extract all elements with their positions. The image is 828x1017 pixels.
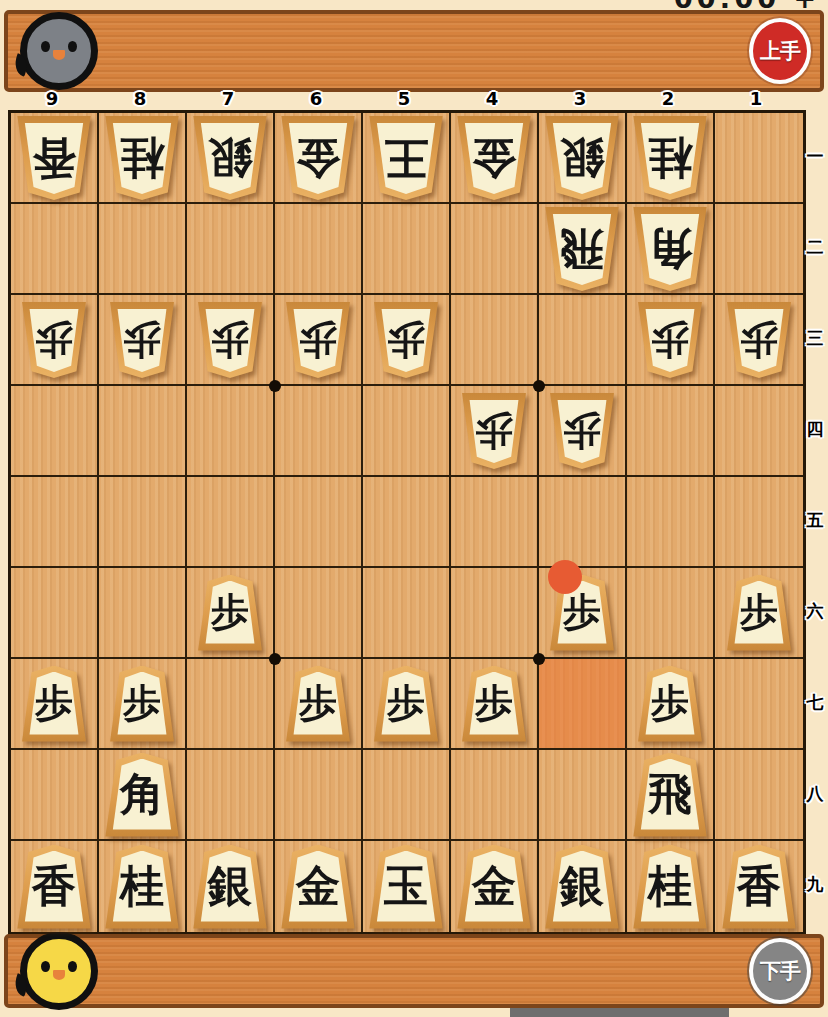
piece-black-金: 金	[455, 845, 533, 929]
piece-white-角: 角	[631, 207, 709, 291]
piece-black-銀: 銀	[543, 845, 621, 929]
square-1-6[interactable]: 歩	[715, 568, 803, 659]
last-move-dot	[548, 560, 582, 594]
square-8-2[interactable]	[99, 204, 187, 295]
square-1-2[interactable]	[715, 204, 803, 295]
chick-eye-left	[41, 961, 50, 972]
square-3-1[interactable]: 銀	[539, 113, 627, 204]
piece-white-歩: 歩	[196, 302, 264, 378]
piece-black-歩: 歩	[636, 666, 704, 742]
piece-white-歩: 歩	[372, 302, 440, 378]
square-2-8[interactable]: 飛	[627, 750, 715, 841]
chick-eye-right	[68, 961, 77, 972]
piece-white-金: 金	[455, 116, 533, 200]
piece-black-玉: 玉	[367, 845, 445, 929]
square-8-9[interactable]: 桂	[99, 841, 187, 932]
square-1-8[interactable]	[715, 750, 803, 841]
piece-white-歩: 歩	[636, 302, 704, 378]
square-4-1[interactable]: 金	[451, 113, 539, 204]
square-2-4[interactable]	[627, 386, 715, 477]
piece-black-歩: 歩	[460, 666, 528, 742]
shogi-board: 香桂銀金王金銀桂飛角歩歩歩歩歩歩歩歩歩歩歩歩歩歩歩歩歩歩角飛香桂銀金玉金銀桂香	[8, 110, 806, 935]
square-6-4[interactable]	[275, 386, 363, 477]
square-3-3[interactable]	[539, 295, 627, 386]
square-8-7[interactable]: 歩	[99, 659, 187, 750]
piece-white-桂: 桂	[103, 116, 181, 200]
square-8-1[interactable]: 桂	[99, 113, 187, 204]
piece-white-歩: 歩	[284, 302, 352, 378]
bird-beak	[53, 50, 65, 60]
file-labels: 987654321	[8, 88, 800, 109]
square-9-5[interactable]	[11, 477, 99, 568]
square-9-4[interactable]	[11, 386, 99, 477]
square-9-3[interactable]: 歩	[11, 295, 99, 386]
square-6-6[interactable]	[275, 568, 363, 659]
square-1-1[interactable]	[715, 113, 803, 204]
bird-eye-right	[68, 41, 77, 52]
opponent-tray: 上手	[4, 10, 824, 92]
square-5-4[interactable]	[363, 386, 451, 477]
square-7-2[interactable]	[187, 204, 275, 295]
square-1-9[interactable]: 香	[715, 841, 803, 932]
square-4-3[interactable]	[451, 295, 539, 386]
piece-black-桂: 桂	[103, 845, 181, 929]
square-5-7[interactable]: 歩	[363, 659, 451, 750]
piece-black-飛: 飛	[631, 753, 709, 837]
square-5-3[interactable]: 歩	[363, 295, 451, 386]
rank-labels: 一二三四五六七八九	[802, 110, 828, 929]
piece-white-歩: 歩	[108, 302, 176, 378]
piece-white-飛: 飛	[543, 207, 621, 291]
rank-label: 五	[802, 508, 828, 531]
square-7-7[interactable]	[187, 659, 275, 750]
square-9-7[interactable]: 歩	[11, 659, 99, 750]
file-label: 1	[712, 88, 800, 109]
file-label: 9	[8, 88, 96, 109]
square-9-1[interactable]: 香	[11, 113, 99, 204]
square-4-5[interactable]	[451, 477, 539, 568]
piece-white-香: 香	[15, 116, 93, 200]
square-6-9[interactable]: 金	[275, 841, 363, 932]
square-2-1[interactable]: 桂	[627, 113, 715, 204]
piece-black-金: 金	[279, 845, 357, 929]
square-3-5[interactable]	[539, 477, 627, 568]
square-4-6[interactable]	[451, 568, 539, 659]
square-7-1[interactable]: 銀	[187, 113, 275, 204]
file-label: 4	[448, 88, 536, 109]
piece-white-銀: 銀	[191, 116, 269, 200]
square-7-5[interactable]	[187, 477, 275, 568]
chick-tail	[11, 973, 31, 997]
piece-white-王: 王	[367, 116, 445, 200]
square-4-4[interactable]: 歩	[451, 386, 539, 477]
rank-label: 四	[802, 417, 828, 440]
square-2-5[interactable]	[627, 477, 715, 568]
square-6-7[interactable]: 歩	[275, 659, 363, 750]
square-3-8[interactable]	[539, 750, 627, 841]
piece-white-歩: 歩	[725, 302, 793, 378]
square-3-9[interactable]: 銀	[539, 841, 627, 932]
piece-black-香: 香	[15, 845, 93, 929]
square-2-7[interactable]: 歩	[627, 659, 715, 750]
piece-black-歩: 歩	[284, 666, 352, 742]
star-point	[269, 653, 281, 665]
square-8-3[interactable]: 歩	[99, 295, 187, 386]
file-label: 6	[272, 88, 360, 109]
rank-label: 六	[802, 599, 828, 622]
square-1-7[interactable]	[715, 659, 803, 750]
board-grid: 香桂銀金王金銀桂飛角歩歩歩歩歩歩歩歩歩歩歩歩歩歩歩歩歩歩角飛香桂銀金玉金銀桂香	[11, 113, 803, 932]
uwate-badge: 上手	[749, 18, 811, 84]
star-point	[533, 380, 545, 392]
star-point	[533, 653, 545, 665]
star-point	[269, 380, 281, 392]
opponent-avatar-gray-bird[interactable]	[20, 12, 98, 90]
square-8-5[interactable]	[99, 477, 187, 568]
square-4-7[interactable]: 歩	[451, 659, 539, 750]
square-6-8[interactable]	[275, 750, 363, 841]
square-3-2[interactable]: 飛	[539, 204, 627, 295]
piece-black-歩: 歩	[725, 575, 793, 651]
file-label: 5	[360, 88, 448, 109]
square-4-2[interactable]	[451, 204, 539, 295]
piece-white-銀: 銀	[543, 116, 621, 200]
square-5-6[interactable]	[363, 568, 451, 659]
square-1-5[interactable]	[715, 477, 803, 568]
chick-beak	[53, 970, 65, 980]
square-6-1[interactable]: 金	[275, 113, 363, 204]
square-2-3[interactable]: 歩	[627, 295, 715, 386]
square-5-5[interactable]	[363, 477, 451, 568]
square-7-8[interactable]	[187, 750, 275, 841]
file-label: 2	[624, 88, 712, 109]
player-tray: 下手	[4, 934, 824, 1008]
piece-black-香: 香	[720, 845, 798, 929]
square-2-2[interactable]: 角	[627, 204, 715, 295]
player-avatar-yellow-chick[interactable]	[20, 932, 98, 1010]
rank-label: 三	[802, 326, 828, 349]
bird-eye-left	[41, 41, 50, 52]
piece-white-金: 金	[279, 116, 357, 200]
square-8-8[interactable]: 角	[99, 750, 187, 841]
square-4-9[interactable]: 金	[451, 841, 539, 932]
square-9-9[interactable]: 香	[11, 841, 99, 932]
piece-black-歩: 歩	[196, 575, 264, 651]
rank-label: 九	[802, 872, 828, 895]
square-5-9[interactable]: 玉	[363, 841, 451, 932]
square-2-6[interactable]	[627, 568, 715, 659]
square-6-2[interactable]	[275, 204, 363, 295]
square-9-6[interactable]	[11, 568, 99, 659]
piece-black-歩: 歩	[372, 666, 440, 742]
piece-black-歩: 歩	[20, 666, 88, 742]
square-3-7[interactable]	[539, 659, 627, 750]
square-9-2[interactable]	[11, 204, 99, 295]
piece-white-歩: 歩	[460, 393, 528, 469]
square-8-6[interactable]	[99, 568, 187, 659]
square-6-5[interactable]	[275, 477, 363, 568]
square-1-4[interactable]	[715, 386, 803, 477]
bottom-cutoff-bar	[510, 1008, 729, 1017]
rank-label: 二	[802, 235, 828, 258]
square-2-9[interactable]: 桂	[627, 841, 715, 932]
piece-black-桂: 桂	[631, 845, 709, 929]
piece-black-歩: 歩	[108, 666, 176, 742]
shitate-badge: 下手	[749, 938, 811, 1004]
square-5-1[interactable]: 王	[363, 113, 451, 204]
square-3-4[interactable]: 歩	[539, 386, 627, 477]
square-8-4[interactable]	[99, 386, 187, 477]
square-1-3[interactable]: 歩	[715, 295, 803, 386]
piece-white-歩: 歩	[548, 393, 616, 469]
piece-white-桂: 桂	[631, 116, 709, 200]
square-5-8[interactable]	[363, 750, 451, 841]
square-7-6[interactable]: 歩	[187, 568, 275, 659]
square-4-8[interactable]	[451, 750, 539, 841]
square-7-3[interactable]: 歩	[187, 295, 275, 386]
square-7-4[interactable]	[187, 386, 275, 477]
piece-white-歩: 歩	[20, 302, 88, 378]
square-7-9[interactable]: 銀	[187, 841, 275, 932]
file-label: 3	[536, 88, 624, 109]
rank-label: 七	[802, 690, 828, 713]
piece-black-角: 角	[103, 753, 181, 837]
piece-black-銀: 銀	[191, 845, 269, 929]
rank-label: 一	[802, 144, 828, 167]
square-6-3[interactable]: 歩	[275, 295, 363, 386]
bird-tail	[11, 53, 31, 77]
file-label: 8	[96, 88, 184, 109]
rank-label: 八	[802, 781, 828, 804]
file-label: 7	[184, 88, 272, 109]
square-9-8[interactable]	[11, 750, 99, 841]
square-5-2[interactable]	[363, 204, 451, 295]
